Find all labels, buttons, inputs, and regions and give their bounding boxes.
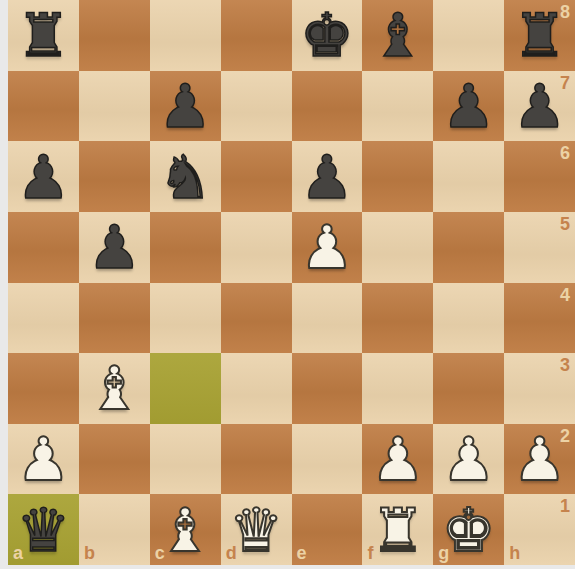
piece-white-pawn-f2[interactable]: ♟ bbox=[362, 424, 433, 495]
square-c5[interactable] bbox=[150, 212, 221, 283]
piece-white-queen-d1[interactable]: ♛ bbox=[221, 494, 292, 565]
piece-black-pawn-b5[interactable]: ♟ bbox=[79, 212, 150, 283]
bottom-gutter bbox=[0, 565, 575, 569]
square-b5[interactable]: ♟ bbox=[79, 212, 150, 283]
piece-black-rook-a8[interactable]: ♜ bbox=[8, 0, 79, 71]
square-g4[interactable] bbox=[433, 283, 504, 354]
square-h1[interactable]: 1h bbox=[504, 494, 575, 565]
square-e2[interactable] bbox=[292, 424, 363, 495]
file-label-e: e bbox=[297, 544, 307, 562]
piece-white-bishop-b3[interactable]: ♝ bbox=[79, 353, 150, 424]
piece-white-pawn-a2[interactable]: ♟ bbox=[8, 424, 79, 495]
square-c8[interactable] bbox=[150, 0, 221, 71]
piece-black-pawn-g7[interactable]: ♟ bbox=[433, 71, 504, 142]
square-b4[interactable] bbox=[79, 283, 150, 354]
piece-black-knight-c6[interactable]: ♞ bbox=[150, 141, 221, 212]
square-a1[interactable]: a♛ bbox=[8, 494, 79, 565]
rank-label-6: 6 bbox=[560, 144, 570, 162]
square-d4[interactable] bbox=[221, 283, 292, 354]
file-label-b: b bbox=[84, 544, 95, 562]
square-a7[interactable] bbox=[8, 71, 79, 142]
square-a5[interactable] bbox=[8, 212, 79, 283]
square-d7[interactable] bbox=[221, 71, 292, 142]
file-label-h: h bbox=[509, 544, 520, 562]
square-e5[interactable]: ♟ bbox=[292, 212, 363, 283]
piece-white-pawn-g2[interactable]: ♟ bbox=[433, 424, 504, 495]
piece-white-king-g1[interactable]: ♚ bbox=[433, 494, 504, 565]
piece-white-pawn-h2[interactable]: ♟ bbox=[504, 424, 575, 495]
square-f8[interactable]: ♝ bbox=[362, 0, 433, 71]
square-e4[interactable] bbox=[292, 283, 363, 354]
piece-black-pawn-h7[interactable]: ♟ bbox=[504, 71, 575, 142]
square-d3[interactable] bbox=[221, 353, 292, 424]
square-c3[interactable] bbox=[150, 353, 221, 424]
square-g2[interactable]: ♟ bbox=[433, 424, 504, 495]
square-d6[interactable] bbox=[221, 141, 292, 212]
square-c1[interactable]: c♝ bbox=[150, 494, 221, 565]
rank-label-4: 4 bbox=[560, 286, 570, 304]
square-a8[interactable]: ♜ bbox=[8, 0, 79, 71]
square-f1[interactable]: f♜ bbox=[362, 494, 433, 565]
square-c2[interactable] bbox=[150, 424, 221, 495]
chess-board: ♜♚♝8♜♟♟7♟♟♞♟6♟♟54♝3♟♟♟2♟a♛bc♝d♛ef♜g♚1h bbox=[8, 0, 575, 565]
square-d8[interactable] bbox=[221, 0, 292, 71]
piece-white-rook-f1[interactable]: ♜ bbox=[362, 494, 433, 565]
square-c6[interactable]: ♞ bbox=[150, 141, 221, 212]
square-g3[interactable] bbox=[433, 353, 504, 424]
square-e7[interactable] bbox=[292, 71, 363, 142]
square-a2[interactable]: ♟ bbox=[8, 424, 79, 495]
square-h5[interactable]: 5 bbox=[504, 212, 575, 283]
square-d5[interactable] bbox=[221, 212, 292, 283]
page: ♜♚♝8♜♟♟7♟♟♞♟6♟♟54♝3♟♟♟2♟a♛bc♝d♛ef♜g♚1h bbox=[0, 0, 575, 569]
square-c7[interactable]: ♟ bbox=[150, 71, 221, 142]
square-a3[interactable] bbox=[8, 353, 79, 424]
square-h7[interactable]: 7♟ bbox=[504, 71, 575, 142]
square-g5[interactable] bbox=[433, 212, 504, 283]
piece-black-king-e8[interactable]: ♚ bbox=[292, 0, 363, 71]
square-f4[interactable] bbox=[362, 283, 433, 354]
square-f5[interactable] bbox=[362, 212, 433, 283]
square-a4[interactable] bbox=[8, 283, 79, 354]
square-g7[interactable]: ♟ bbox=[433, 71, 504, 142]
piece-black-pawn-c7[interactable]: ♟ bbox=[150, 71, 221, 142]
square-g1[interactable]: g♚ bbox=[433, 494, 504, 565]
square-h6[interactable]: 6 bbox=[504, 141, 575, 212]
square-f2[interactable]: ♟ bbox=[362, 424, 433, 495]
square-f7[interactable] bbox=[362, 71, 433, 142]
rank-label-3: 3 bbox=[560, 356, 570, 374]
square-c4[interactable] bbox=[150, 283, 221, 354]
square-e3[interactable] bbox=[292, 353, 363, 424]
square-d2[interactable] bbox=[221, 424, 292, 495]
square-f3[interactable] bbox=[362, 353, 433, 424]
square-f6[interactable] bbox=[362, 141, 433, 212]
square-h3[interactable]: 3 bbox=[504, 353, 575, 424]
square-b7[interactable] bbox=[79, 71, 150, 142]
square-h2[interactable]: 2♟ bbox=[504, 424, 575, 495]
square-d1[interactable]: d♛ bbox=[221, 494, 292, 565]
square-e8[interactable]: ♚ bbox=[292, 0, 363, 71]
square-b1[interactable]: b bbox=[79, 494, 150, 565]
piece-black-rook-h8[interactable]: ♜ bbox=[504, 0, 575, 71]
square-e1[interactable]: e bbox=[292, 494, 363, 565]
piece-black-bishop-f8[interactable]: ♝ bbox=[362, 0, 433, 71]
rank-label-1: 1 bbox=[560, 497, 570, 515]
square-a6[interactable]: ♟ bbox=[8, 141, 79, 212]
square-g6[interactable] bbox=[433, 141, 504, 212]
square-h8[interactable]: 8♜ bbox=[504, 0, 575, 71]
piece-black-pawn-a6[interactable]: ♟ bbox=[8, 141, 79, 212]
square-b3[interactable]: ♝ bbox=[79, 353, 150, 424]
piece-white-bishop-c1[interactable]: ♝ bbox=[150, 494, 221, 565]
square-b2[interactable] bbox=[79, 424, 150, 495]
piece-black-queen-a1[interactable]: ♛ bbox=[8, 494, 79, 565]
square-g8[interactable] bbox=[433, 0, 504, 71]
square-b8[interactable] bbox=[79, 0, 150, 71]
square-e6[interactable]: ♟ bbox=[292, 141, 363, 212]
piece-black-pawn-e6[interactable]: ♟ bbox=[292, 141, 363, 212]
rank-label-5: 5 bbox=[560, 215, 570, 233]
square-h4[interactable]: 4 bbox=[504, 283, 575, 354]
square-b6[interactable] bbox=[79, 141, 150, 212]
piece-white-pawn-e5[interactable]: ♟ bbox=[292, 212, 363, 283]
